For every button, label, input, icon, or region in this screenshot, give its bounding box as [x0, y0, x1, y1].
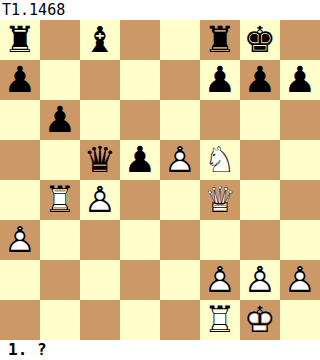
square-c3[interactable] — [80, 220, 120, 260]
square-h1[interactable] — [280, 300, 320, 340]
white-knight-f5[interactable]: ♞♘ — [200, 140, 240, 180]
square-a7[interactable]: ♟ — [0, 60, 40, 100]
square-d3[interactable] — [120, 220, 160, 260]
white-pawn-e5[interactable]: ♟♙ — [160, 140, 200, 180]
black-king-g8[interactable]: ♚ — [240, 20, 280, 60]
white-piece-outline: ♔ — [240, 300, 280, 340]
square-h2[interactable]: ♟♙ — [280, 260, 320, 300]
square-e6[interactable] — [160, 100, 200, 140]
white-piece-outline: ♙ — [240, 260, 280, 300]
square-e1[interactable] — [160, 300, 200, 340]
square-d4[interactable] — [120, 180, 160, 220]
square-g5[interactable] — [240, 140, 280, 180]
square-h8[interactable] — [280, 20, 320, 60]
square-e8[interactable] — [160, 20, 200, 60]
square-a2[interactable] — [0, 260, 40, 300]
square-f5[interactable]: ♞♘ — [200, 140, 240, 180]
white-piece-outline: ♖ — [40, 180, 80, 220]
black-pawn-f7[interactable]: ♟ — [200, 60, 240, 100]
square-a1[interactable] — [0, 300, 40, 340]
square-f3[interactable] — [200, 220, 240, 260]
square-f6[interactable] — [200, 100, 240, 140]
white-pawn-h2[interactable]: ♟♙ — [280, 260, 320, 300]
black-queen-c5[interactable]: ♛ — [80, 140, 120, 180]
square-c5[interactable]: ♛ — [80, 140, 120, 180]
black-pawn-g7[interactable]: ♟ — [240, 60, 280, 100]
square-c7[interactable] — [80, 60, 120, 100]
square-e5[interactable]: ♟♙ — [160, 140, 200, 180]
white-piece-outline: ♙ — [160, 140, 200, 180]
square-d7[interactable] — [120, 60, 160, 100]
square-c4[interactable]: ♟♙ — [80, 180, 120, 220]
square-f8[interactable]: ♜ — [200, 20, 240, 60]
square-e7[interactable] — [160, 60, 200, 100]
square-e2[interactable] — [160, 260, 200, 300]
square-g6[interactable] — [240, 100, 280, 140]
move-prompt: 1. ? — [0, 340, 320, 360]
square-f2[interactable]: ♟♙ — [200, 260, 240, 300]
square-b8[interactable] — [40, 20, 80, 60]
square-b7[interactable] — [40, 60, 80, 100]
square-g3[interactable] — [240, 220, 280, 260]
square-g7[interactable]: ♟ — [240, 60, 280, 100]
black-pawn-a7[interactable]: ♟ — [0, 60, 40, 100]
white-pawn-f2[interactable]: ♟♙ — [200, 260, 240, 300]
white-piece-outline: ♙ — [80, 180, 120, 220]
black-pawn-d5[interactable]: ♟ — [120, 140, 160, 180]
square-c1[interactable] — [80, 300, 120, 340]
square-d5[interactable]: ♟ — [120, 140, 160, 180]
square-h7[interactable]: ♟ — [280, 60, 320, 100]
square-f4[interactable]: ♛♕ — [200, 180, 240, 220]
square-g2[interactable]: ♟♙ — [240, 260, 280, 300]
square-f7[interactable]: ♟ — [200, 60, 240, 100]
chess-board: ♜♝♜♚♟♟♟♟♟♛♟♟♙♞♘♜♖♟♙♛♕♟♙♟♙♟♙♟♙♜♖♚♔ — [0, 20, 320, 340]
white-piece-outline: ♙ — [280, 260, 320, 300]
square-g4[interactable] — [240, 180, 280, 220]
square-c2[interactable] — [80, 260, 120, 300]
square-h5[interactable] — [280, 140, 320, 180]
square-h3[interactable] — [280, 220, 320, 260]
square-d8[interactable] — [120, 20, 160, 60]
white-piece-outline: ♕ — [200, 180, 240, 220]
square-b1[interactable] — [40, 300, 80, 340]
white-piece-outline: ♙ — [200, 260, 240, 300]
square-h4[interactable] — [280, 180, 320, 220]
square-a3[interactable]: ♟♙ — [0, 220, 40, 260]
white-piece-outline: ♘ — [200, 140, 240, 180]
white-pawn-a3[interactable]: ♟♙ — [0, 220, 40, 260]
square-c6[interactable] — [80, 100, 120, 140]
square-b3[interactable] — [40, 220, 80, 260]
square-c8[interactable]: ♝ — [80, 20, 120, 60]
white-pawn-c4[interactable]: ♟♙ — [80, 180, 120, 220]
square-d1[interactable] — [120, 300, 160, 340]
white-piece-outline: ♖ — [200, 300, 240, 340]
square-a4[interactable] — [0, 180, 40, 220]
black-bishop-c8[interactable]: ♝ — [80, 20, 120, 60]
square-b6[interactable]: ♟ — [40, 100, 80, 140]
white-piece-outline: ♙ — [0, 220, 40, 260]
square-e4[interactable] — [160, 180, 200, 220]
white-rook-f1[interactable]: ♜♖ — [200, 300, 240, 340]
square-d2[interactable] — [120, 260, 160, 300]
square-a5[interactable] — [0, 140, 40, 180]
square-d6[interactable] — [120, 100, 160, 140]
square-h6[interactable] — [280, 100, 320, 140]
square-f1[interactable]: ♜♖ — [200, 300, 240, 340]
black-rook-f8[interactable]: ♜ — [200, 20, 240, 60]
black-rook-a8[interactable]: ♜ — [0, 20, 40, 60]
square-e3[interactable] — [160, 220, 200, 260]
white-rook-b4[interactable]: ♜♖ — [40, 180, 80, 220]
square-b5[interactable] — [40, 140, 80, 180]
puzzle-title: T1.1468 — [0, 0, 320, 20]
square-b4[interactable]: ♜♖ — [40, 180, 80, 220]
square-g1[interactable]: ♚♔ — [240, 300, 280, 340]
black-pawn-b6[interactable]: ♟ — [40, 100, 80, 140]
square-a6[interactable] — [0, 100, 40, 140]
square-b2[interactable] — [40, 260, 80, 300]
square-a8[interactable]: ♜ — [0, 20, 40, 60]
white-king-g1[interactable]: ♚♔ — [240, 300, 280, 340]
white-pawn-g2[interactable]: ♟♙ — [240, 260, 280, 300]
black-pawn-h7[interactable]: ♟ — [280, 60, 320, 100]
white-queen-f4[interactable]: ♛♕ — [200, 180, 240, 220]
square-g8[interactable]: ♚ — [240, 20, 280, 60]
